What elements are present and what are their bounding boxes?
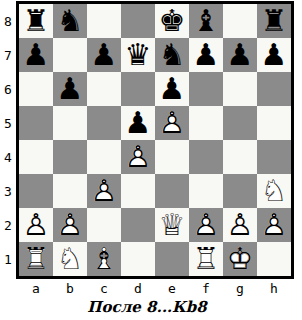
piece-bP-icon: ♟ bbox=[53, 72, 87, 106]
piece-bP-icon: ♟ bbox=[121, 106, 155, 140]
square-f6 bbox=[189, 72, 223, 106]
square-a5 bbox=[19, 106, 53, 140]
square-g6 bbox=[223, 72, 257, 106]
square-d6 bbox=[121, 72, 155, 106]
square-b2-wP: ♟♙ bbox=[53, 208, 87, 242]
piece-bP-icon: ♟ bbox=[19, 38, 53, 72]
square-d7-bQ: ♛ bbox=[121, 38, 155, 72]
piece-wP-icon: ♙ bbox=[121, 140, 155, 174]
piece-wP-icon: ♙ bbox=[87, 174, 121, 208]
square-e2-wQ: ♛♕ bbox=[155, 208, 189, 242]
rank-label-2: 2 bbox=[0, 208, 16, 242]
square-d5-bP: ♟ bbox=[121, 106, 155, 140]
white-piece-fill: ♟ bbox=[19, 208, 53, 242]
file-label-b: b bbox=[53, 279, 87, 298]
square-a8-bR: ♜ bbox=[19, 4, 53, 38]
white-piece-fill: ♜ bbox=[19, 242, 53, 276]
square-e3 bbox=[155, 174, 189, 208]
square-d8 bbox=[121, 4, 155, 38]
square-e6-bP: ♟ bbox=[155, 72, 189, 106]
square-f3 bbox=[189, 174, 223, 208]
piece-bP-icon: ♟ bbox=[257, 38, 291, 72]
piece-bP-icon: ♟ bbox=[155, 72, 189, 106]
square-e5-wP: ♟♙ bbox=[155, 106, 189, 140]
piece-bP-icon: ♟ bbox=[223, 38, 257, 72]
rank-label-6: 6 bbox=[0, 72, 16, 106]
file-label-d: d bbox=[121, 279, 155, 298]
square-b1-wN: ♞♘ bbox=[53, 242, 87, 276]
white-piece-fill: ♝ bbox=[87, 242, 121, 276]
white-piece-fill: ♚ bbox=[223, 242, 257, 276]
white-piece-fill: ♞ bbox=[53, 242, 87, 276]
square-a1-wR: ♜♖ bbox=[19, 242, 53, 276]
square-f7-bP: ♟ bbox=[189, 38, 223, 72]
square-c2 bbox=[87, 208, 121, 242]
square-f8-bB: ♝ bbox=[189, 4, 223, 38]
piece-wK-icon: ♔ bbox=[223, 242, 257, 276]
square-d1 bbox=[121, 242, 155, 276]
square-h4 bbox=[257, 140, 291, 174]
square-b6-bP: ♟ bbox=[53, 72, 87, 106]
file-label-f: f bbox=[189, 279, 223, 298]
square-b5 bbox=[53, 106, 87, 140]
piece-wR-icon: ♖ bbox=[19, 242, 53, 276]
piece-bR-icon: ♜ bbox=[19, 4, 53, 38]
square-c3-wP: ♟♙ bbox=[87, 174, 121, 208]
piece-wN-icon: ♘ bbox=[257, 174, 291, 208]
square-f5 bbox=[189, 106, 223, 140]
rank-label-8: 8 bbox=[0, 4, 16, 38]
white-piece-fill: ♟ bbox=[257, 208, 291, 242]
piece-wQ-icon: ♕ bbox=[155, 208, 189, 242]
square-g1-wK: ♚♔ bbox=[223, 242, 257, 276]
square-g5 bbox=[223, 106, 257, 140]
piece-bN-icon: ♞ bbox=[53, 4, 87, 38]
white-piece-fill: ♟ bbox=[53, 208, 87, 242]
chess-board: ♜♞♚♝♜♟♟♛♞♟♟♟♟♟♟♟♙♟♙♟♙♞♘♟♙♟♙♛♕♟♙♟♙♟♙♜♖♞♘♝… bbox=[19, 4, 291, 276]
square-h2-wP: ♟♙ bbox=[257, 208, 291, 242]
square-c6 bbox=[87, 72, 121, 106]
white-piece-fill: ♟ bbox=[223, 208, 257, 242]
square-a7-bP: ♟ bbox=[19, 38, 53, 72]
square-c7-bP: ♟ bbox=[87, 38, 121, 72]
white-piece-fill: ♟ bbox=[87, 174, 121, 208]
square-d2 bbox=[121, 208, 155, 242]
square-a4 bbox=[19, 140, 53, 174]
square-d3 bbox=[121, 174, 155, 208]
rank-label-5: 5 bbox=[0, 106, 16, 140]
white-piece-fill: ♟ bbox=[121, 140, 155, 174]
square-g7-bP: ♟ bbox=[223, 38, 257, 72]
rank-label-3: 3 bbox=[0, 174, 16, 208]
square-b4 bbox=[53, 140, 87, 174]
file-label-h: h bbox=[257, 279, 291, 298]
square-b7 bbox=[53, 38, 87, 72]
square-b3 bbox=[53, 174, 87, 208]
rank-label-1: 1 bbox=[0, 242, 16, 276]
board-area: 87654321 ♜♞♚♝♜♟♟♛♞♟♟♟♟♟♟♟♙♟♙♟♙♞♘♟♙♟♙♛♕♟♙… bbox=[0, 0, 302, 279]
piece-wR-icon: ♖ bbox=[189, 242, 223, 276]
file-label-c: c bbox=[87, 279, 121, 298]
white-piece-fill: ♟ bbox=[155, 106, 189, 140]
piece-wB-icon: ♗ bbox=[87, 242, 121, 276]
square-f1-wR: ♜♖ bbox=[189, 242, 223, 276]
square-a2-wP: ♟♙ bbox=[19, 208, 53, 242]
square-e1 bbox=[155, 242, 189, 276]
piece-bR-icon: ♜ bbox=[257, 4, 291, 38]
square-g3 bbox=[223, 174, 257, 208]
square-h3-wN: ♞♘ bbox=[257, 174, 291, 208]
rank-label-7: 7 bbox=[0, 38, 16, 72]
square-h1 bbox=[257, 242, 291, 276]
piece-bP-icon: ♟ bbox=[189, 38, 223, 72]
rank-labels: 87654321 bbox=[0, 1, 16, 276]
white-piece-fill: ♞ bbox=[257, 174, 291, 208]
square-g4 bbox=[223, 140, 257, 174]
square-f2-wP: ♟♙ bbox=[189, 208, 223, 242]
square-c4 bbox=[87, 140, 121, 174]
piece-bP-icon: ♟ bbox=[87, 38, 121, 72]
square-e8-bK: ♚ bbox=[155, 4, 189, 38]
piece-wN-icon: ♘ bbox=[53, 242, 87, 276]
white-piece-fill: ♟ bbox=[189, 208, 223, 242]
square-d4-wP: ♟♙ bbox=[121, 140, 155, 174]
square-e7-bN: ♞ bbox=[155, 38, 189, 72]
file-label-e: e bbox=[155, 279, 189, 298]
square-g8 bbox=[223, 4, 257, 38]
piece-bQ-icon: ♛ bbox=[121, 38, 155, 72]
square-h6 bbox=[257, 72, 291, 106]
square-b8-bN: ♞ bbox=[53, 4, 87, 38]
piece-bN-icon: ♞ bbox=[155, 38, 189, 72]
white-piece-fill: ♛ bbox=[155, 208, 189, 242]
chess-diagram-page: 87654321 ♜♞♚♝♜♟♟♛♞♟♟♟♟♟♟♟♙♟♙♟♙♞♘♟♙♟♙♛♕♟♙… bbox=[0, 0, 302, 320]
square-g2-wP: ♟♙ bbox=[223, 208, 257, 242]
square-c1-wB: ♝♗ bbox=[87, 242, 121, 276]
piece-wP-icon: ♙ bbox=[53, 208, 87, 242]
square-h7-bP: ♟ bbox=[257, 38, 291, 72]
piece-bB-icon: ♝ bbox=[189, 4, 223, 38]
file-label-g: g bbox=[223, 279, 257, 298]
square-h5 bbox=[257, 106, 291, 140]
piece-wP-icon: ♙ bbox=[189, 208, 223, 242]
board-frame: ♜♞♚♝♜♟♟♛♞♟♟♟♟♟♟♟♙♟♙♟♙♞♘♟♙♟♙♛♕♟♙♟♙♟♙♜♖♞♘♝… bbox=[16, 1, 294, 279]
square-f4 bbox=[189, 140, 223, 174]
white-piece-fill: ♜ bbox=[189, 242, 223, 276]
piece-wP-icon: ♙ bbox=[19, 208, 53, 242]
square-c8 bbox=[87, 4, 121, 38]
piece-wP-icon: ♙ bbox=[257, 208, 291, 242]
square-a3 bbox=[19, 174, 53, 208]
piece-wP-icon: ♙ bbox=[155, 106, 189, 140]
square-c5 bbox=[87, 106, 121, 140]
piece-bK-icon: ♚ bbox=[155, 4, 189, 38]
rank-label-4: 4 bbox=[0, 140, 16, 174]
square-e4 bbox=[155, 140, 189, 174]
file-label-a: a bbox=[19, 279, 53, 298]
diagram-caption: После 8...Кb8 bbox=[0, 298, 294, 316]
square-a6 bbox=[19, 72, 53, 106]
square-h8-bR: ♜ bbox=[257, 4, 291, 38]
piece-wP-icon: ♙ bbox=[223, 208, 257, 242]
file-labels: abcdefgh bbox=[19, 279, 302, 298]
